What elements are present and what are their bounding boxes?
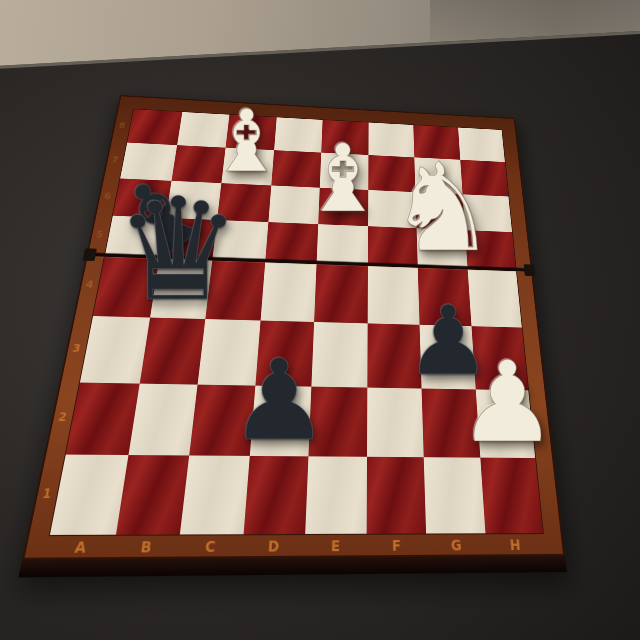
file-label-d: D — [267, 537, 279, 555]
square-d4[interactable] — [260, 261, 316, 322]
square-b5[interactable] — [159, 218, 217, 259]
square-d1[interactable] — [243, 456, 308, 534]
square-b2[interactable] — [128, 383, 198, 456]
square-g7[interactable] — [414, 158, 462, 194]
square-b7[interactable] — [171, 145, 225, 183]
square-g8[interactable] — [413, 125, 460, 160]
square-h6[interactable] — [462, 194, 512, 232]
board-grid — [50, 109, 543, 535]
square-d6[interactable] — [268, 185, 320, 224]
file-label-e: E — [331, 537, 341, 554]
square-h4[interactable] — [467, 268, 522, 327]
square-c8[interactable] — [226, 115, 277, 151]
square-c2[interactable] — [189, 384, 255, 456]
square-a5[interactable] — [105, 216, 165, 258]
square-f7[interactable] — [368, 155, 415, 192]
square-g1[interactable] — [424, 457, 485, 533]
square-f8[interactable] — [368, 122, 414, 157]
square-g2[interactable] — [422, 388, 480, 458]
square-h5[interactable] — [465, 230, 516, 270]
square-g3[interactable] — [420, 325, 476, 389]
file-label-f: F — [392, 537, 401, 554]
square-f3[interactable] — [367, 323, 422, 388]
square-d7[interactable] — [271, 150, 321, 187]
square-f5[interactable] — [368, 226, 418, 266]
square-c1[interactable] — [180, 456, 249, 535]
square-c7[interactable] — [221, 148, 273, 185]
square-f6[interactable] — [368, 190, 417, 228]
square-h7[interactable] — [460, 160, 508, 196]
square-e7[interactable] — [320, 153, 368, 190]
square-a6[interactable] — [113, 178, 171, 218]
square-c6[interactable] — [217, 183, 271, 222]
square-d3[interactable] — [255, 320, 314, 386]
square-a3[interactable] — [80, 316, 150, 383]
square-a2[interactable] — [66, 382, 140, 455]
square-e5[interactable] — [317, 224, 368, 265]
square-f1[interactable] — [366, 457, 426, 534]
square-d2[interactable] — [249, 385, 311, 456]
square-f2[interactable] — [367, 387, 424, 457]
square-g5[interactable] — [417, 228, 468, 268]
square-b1[interactable] — [115, 455, 189, 534]
square-h2[interactable] — [475, 389, 535, 458]
square-g4[interactable] — [418, 266, 471, 326]
square-g6[interactable] — [415, 192, 464, 230]
square-h3[interactable] — [471, 326, 528, 390]
file-label-h: H — [509, 536, 521, 553]
square-h1[interactable] — [480, 458, 543, 533]
square-e3[interactable] — [311, 322, 367, 387]
square-e8[interactable] — [321, 120, 368, 155]
square-c4[interactable] — [205, 259, 265, 320]
square-h8[interactable] — [458, 128, 505, 163]
square-a8[interactable] — [127, 109, 182, 145]
square-b3[interactable] — [139, 317, 205, 384]
square-f4[interactable] — [367, 264, 419, 324]
photo-scene: ABCDEFGH12345678 ♝♝♝♞♛♟♟♟ — [0, 0, 640, 640]
table-sheen — [0, 581, 163, 640]
square-e4[interactable] — [314, 263, 367, 324]
square-a7[interactable] — [120, 143, 177, 181]
square-e1[interactable] — [305, 457, 366, 534]
file-label-g: G — [451, 537, 462, 554]
square-d5[interactable] — [265, 222, 318, 263]
square-c5[interactable] — [212, 220, 268, 261]
square-a4[interactable] — [93, 255, 159, 317]
hinge-right-icon — [524, 264, 536, 276]
square-c3[interactable] — [198, 319, 261, 385]
hinge-left-icon — [83, 248, 97, 261]
square-d8[interactable] — [274, 117, 323, 152]
file-label-c: C — [204, 538, 216, 556]
square-b6[interactable] — [165, 180, 221, 219]
square-b4[interactable] — [150, 257, 213, 319]
square-b8[interactable] — [177, 112, 230, 148]
square-e2[interactable] — [308, 386, 366, 457]
square-e6[interactable] — [318, 187, 368, 226]
